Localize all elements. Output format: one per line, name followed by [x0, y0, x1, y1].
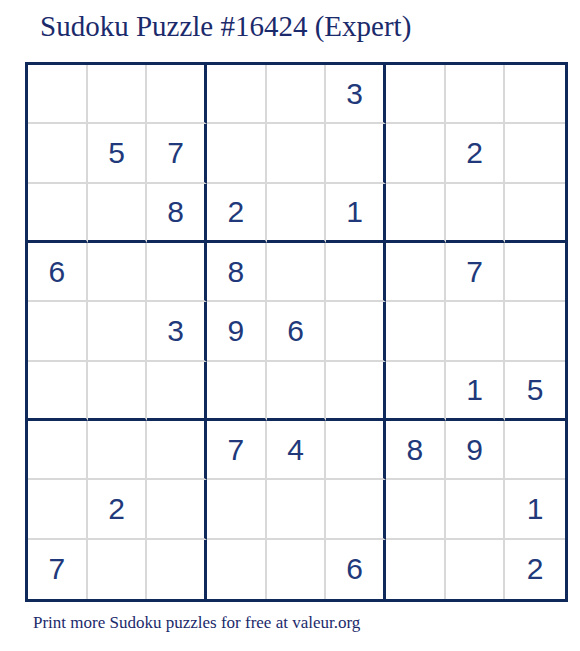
cell-r7c1	[28, 421, 88, 480]
cell-r9c1: 7	[28, 540, 88, 599]
cell-r5c7	[386, 302, 446, 361]
cell-r6c9: 5	[505, 362, 565, 421]
cell-r5c6	[326, 302, 386, 361]
cell-r1c3	[147, 65, 207, 124]
cell-r2c8: 2	[446, 124, 506, 183]
cell-r5c2	[88, 302, 148, 361]
cell-r4c2	[88, 243, 148, 302]
cell-r5c4: 9	[207, 302, 267, 361]
cell-r1c8	[446, 65, 506, 124]
cell-r4c4: 8	[207, 243, 267, 302]
cell-r4c9	[505, 243, 565, 302]
cell-r2c4	[207, 124, 267, 183]
cell-r8c7	[386, 480, 446, 539]
sudoku-grid: 357282168739615748921762	[25, 62, 568, 602]
cell-r1c7	[386, 65, 446, 124]
cell-r3c6: 1	[326, 184, 386, 243]
cell-r1c9	[505, 65, 565, 124]
cell-r7c8: 9	[446, 421, 506, 480]
cell-r7c6	[326, 421, 386, 480]
cell-r7c4: 7	[207, 421, 267, 480]
cell-r8c8	[446, 480, 506, 539]
cell-r1c5	[267, 65, 327, 124]
cell-r6c7	[386, 362, 446, 421]
cell-r3c1	[28, 184, 88, 243]
cell-r7c3	[147, 421, 207, 480]
cell-r8c4	[207, 480, 267, 539]
cell-r9c4	[207, 540, 267, 599]
cell-r4c6	[326, 243, 386, 302]
cell-r4c1: 6	[28, 243, 88, 302]
cell-r9c5	[267, 540, 327, 599]
cell-r3c3: 8	[147, 184, 207, 243]
cell-r3c7	[386, 184, 446, 243]
cell-r6c6	[326, 362, 386, 421]
cell-r6c2	[88, 362, 148, 421]
cell-r2c7	[386, 124, 446, 183]
cell-r4c7	[386, 243, 446, 302]
footer-note: Print more Sudoku puzzles for free at va…	[33, 613, 360, 633]
cell-r2c1	[28, 124, 88, 183]
cell-r9c3	[147, 540, 207, 599]
cell-r6c4	[207, 362, 267, 421]
cell-r6c8: 1	[446, 362, 506, 421]
cell-r9c9: 2	[505, 540, 565, 599]
cell-r5c5: 6	[267, 302, 327, 361]
cell-r5c3: 3	[147, 302, 207, 361]
cell-r7c5: 4	[267, 421, 327, 480]
cell-r8c6	[326, 480, 386, 539]
cell-r2c5	[267, 124, 327, 183]
cell-r4c3	[147, 243, 207, 302]
cell-r8c9: 1	[505, 480, 565, 539]
cell-r9c6: 6	[326, 540, 386, 599]
cell-r9c2	[88, 540, 148, 599]
cell-r5c9	[505, 302, 565, 361]
cell-r4c8: 7	[446, 243, 506, 302]
cell-r9c7	[386, 540, 446, 599]
cell-r9c8	[446, 540, 506, 599]
cell-r3c9	[505, 184, 565, 243]
page-title: Sudoku Puzzle #16424 (Expert)	[40, 10, 411, 43]
cell-r1c2	[88, 65, 148, 124]
cell-r8c5	[267, 480, 327, 539]
cell-r6c3	[147, 362, 207, 421]
cell-r8c2: 2	[88, 480, 148, 539]
cell-r1c4	[207, 65, 267, 124]
cell-r3c4: 2	[207, 184, 267, 243]
cell-r1c6: 3	[326, 65, 386, 124]
cell-r3c8	[446, 184, 506, 243]
cell-r6c5	[267, 362, 327, 421]
sudoku-page: Sudoku Puzzle #16424 (Expert) 3572821687…	[0, 0, 580, 651]
cell-r8c3	[147, 480, 207, 539]
cell-r3c2	[88, 184, 148, 243]
cell-r4c5	[267, 243, 327, 302]
cell-r1c1	[28, 65, 88, 124]
cell-r3c5	[267, 184, 327, 243]
cell-r2c2: 5	[88, 124, 148, 183]
cell-r8c1	[28, 480, 88, 539]
cell-r7c9	[505, 421, 565, 480]
cell-r2c9	[505, 124, 565, 183]
cell-r2c3: 7	[147, 124, 207, 183]
cell-r7c7: 8	[386, 421, 446, 480]
cell-r5c8	[446, 302, 506, 361]
cell-r7c2	[88, 421, 148, 480]
cell-r6c1	[28, 362, 88, 421]
cell-r2c6	[326, 124, 386, 183]
cell-r5c1	[28, 302, 88, 361]
